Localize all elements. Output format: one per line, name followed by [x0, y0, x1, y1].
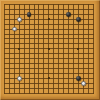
star-point [48, 18, 50, 20]
star-point [48, 48, 50, 50]
grid-line-horizontal [4, 53, 94, 54]
grid-line-vertical [68, 4, 69, 94]
white-stone[interactable] [17, 76, 22, 81]
black-stone[interactable] [66, 12, 71, 17]
grid-line-vertical [88, 4, 89, 94]
grid-line-vertical [53, 4, 54, 94]
grid-line-horizontal [4, 63, 94, 64]
black-stone[interactable] [76, 76, 81, 81]
white-stone[interactable] [81, 81, 86, 86]
grid-line-vertical [63, 4, 64, 94]
black-stone[interactable] [27, 12, 32, 17]
grid-line-horizontal [4, 88, 94, 89]
white-stone[interactable] [17, 17, 22, 22]
grid-line-horizontal [4, 93, 94, 94]
go-board[interactable] [0, 0, 100, 100]
grid-line-horizontal [4, 73, 94, 74]
grid-line-vertical [73, 4, 74, 94]
star-point [18, 48, 20, 50]
grid-line-horizontal [4, 68, 94, 69]
grid-line-horizontal [4, 58, 94, 59]
grid-line-vertical [58, 4, 59, 94]
white-stone[interactable] [12, 27, 17, 32]
black-stone[interactable] [76, 17, 81, 22]
grid-line-vertical [93, 4, 94, 94]
